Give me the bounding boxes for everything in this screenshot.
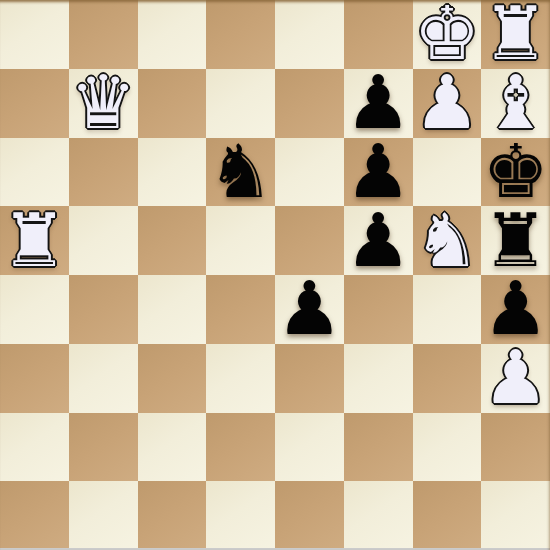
black-king[interactable]: ♚ [482, 137, 548, 205]
square-f4[interactable] [344, 275, 413, 344]
square-e7[interactable] [275, 69, 344, 138]
square-e1[interactable] [275, 481, 344, 550]
square-a8[interactable] [0, 0, 69, 69]
square-c4[interactable] [138, 275, 207, 344]
black-pawn[interactable]: ♟ [345, 137, 411, 205]
square-a5[interactable]: ♜ [0, 206, 69, 275]
square-e3[interactable] [275, 344, 344, 413]
white-pawn[interactable]: ♟ [482, 343, 548, 411]
square-d3[interactable] [206, 344, 275, 413]
white-rook[interactable]: ♜ [482, 0, 548, 67]
square-g3[interactable] [413, 344, 482, 413]
square-b5[interactable] [69, 206, 138, 275]
black-pawn[interactable]: ♟ [482, 274, 548, 342]
square-h3[interactable]: ♟ [481, 344, 550, 413]
white-knight[interactable]: ♞ [414, 206, 480, 274]
square-d8[interactable] [206, 0, 275, 69]
square-e2[interactable] [275, 413, 344, 482]
square-a7[interactable] [0, 69, 69, 138]
square-f3[interactable] [344, 344, 413, 413]
square-g1[interactable] [413, 481, 482, 550]
square-c1[interactable] [138, 481, 207, 550]
square-e6[interactable] [275, 138, 344, 207]
black-knight[interactable]: ♞ [207, 137, 273, 205]
square-g7[interactable]: ♟ [413, 69, 482, 138]
square-a1[interactable] [0, 481, 69, 550]
square-a2[interactable] [0, 413, 69, 482]
square-f1[interactable] [344, 481, 413, 550]
square-b4[interactable] [69, 275, 138, 344]
square-d2[interactable] [206, 413, 275, 482]
chess-board: ♚♜♛♟♟♝♞♟♚♜♟♞♜♟♟♟ [0, 0, 550, 550]
square-b7[interactable]: ♛ [69, 69, 138, 138]
white-bishop[interactable]: ♝ [482, 68, 548, 136]
white-king[interactable]: ♚ [414, 0, 480, 67]
square-e4[interactable]: ♟ [275, 275, 344, 344]
black-pawn[interactable]: ♟ [276, 274, 342, 342]
square-a3[interactable] [0, 344, 69, 413]
square-a4[interactable] [0, 275, 69, 344]
square-h2[interactable] [481, 413, 550, 482]
square-g5[interactable]: ♞ [413, 206, 482, 275]
square-c8[interactable] [138, 0, 207, 69]
white-pawn[interactable]: ♟ [414, 68, 480, 136]
square-c3[interactable] [138, 344, 207, 413]
square-c7[interactable] [138, 69, 207, 138]
square-c5[interactable] [138, 206, 207, 275]
square-c6[interactable] [138, 138, 207, 207]
square-g4[interactable] [413, 275, 482, 344]
black-rook[interactable]: ♜ [482, 206, 548, 274]
square-g2[interactable] [413, 413, 482, 482]
square-d4[interactable] [206, 275, 275, 344]
square-b2[interactable] [69, 413, 138, 482]
square-h1[interactable] [481, 481, 550, 550]
black-pawn[interactable]: ♟ [345, 68, 411, 136]
square-e8[interactable] [275, 0, 344, 69]
square-c2[interactable] [138, 413, 207, 482]
square-f5[interactable]: ♟ [344, 206, 413, 275]
square-f2[interactable] [344, 413, 413, 482]
black-pawn[interactable]: ♟ [345, 206, 411, 274]
square-d6[interactable]: ♞ [206, 138, 275, 207]
white-queen[interactable]: ♛ [70, 68, 136, 136]
square-d5[interactable] [206, 206, 275, 275]
square-b3[interactable] [69, 344, 138, 413]
square-d1[interactable] [206, 481, 275, 550]
square-b6[interactable] [69, 138, 138, 207]
white-rook[interactable]: ♜ [1, 206, 67, 274]
square-b1[interactable] [69, 481, 138, 550]
